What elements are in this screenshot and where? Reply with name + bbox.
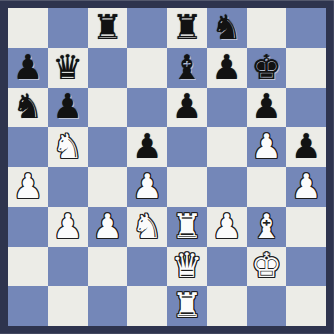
chess-board: ♜♜♞♟♛♝♟♚♞♟♟♟♞♟♟♟♟♟♟♟♟♞♜♟♝♛♚♜ [8,8,326,326]
black-pawn-icon[interactable]: ♟ [211,50,241,84]
square-c4[interactable] [88,167,128,207]
black-pawn-icon[interactable]: ♟ [52,89,82,123]
square-a8[interactable] [8,8,48,48]
square-e3[interactable]: ♜ [167,207,207,247]
white-pawn-icon[interactable]: ♟ [251,129,281,163]
square-c1[interactable] [88,286,128,326]
black-rook-icon[interactable]: ♜ [172,10,202,44]
square-d3[interactable]: ♞ [127,207,167,247]
black-pawn-icon[interactable]: ♟ [132,129,162,163]
square-f1[interactable] [207,286,247,326]
square-h2[interactable] [286,247,326,287]
square-a7[interactable]: ♟ [8,48,48,88]
white-queen-icon[interactable]: ♛ [172,248,202,282]
square-a3[interactable] [8,207,48,247]
square-h5[interactable]: ♟ [286,127,326,167]
white-pawn-icon[interactable]: ♟ [132,169,162,203]
square-g3[interactable]: ♝ [247,207,287,247]
square-f4[interactable] [207,167,247,207]
white-pawn-icon[interactable]: ♟ [13,169,43,203]
square-c5[interactable] [88,127,128,167]
square-h3[interactable] [286,207,326,247]
square-b2[interactable] [48,247,88,287]
square-b3[interactable]: ♟ [48,207,88,247]
white-pawn-icon[interactable]: ♟ [291,169,321,203]
square-b6[interactable]: ♟ [48,88,88,128]
square-g8[interactable] [247,8,287,48]
square-e7[interactable]: ♝ [167,48,207,88]
square-f6[interactable] [207,88,247,128]
square-a4[interactable]: ♟ [8,167,48,207]
square-e6[interactable]: ♟ [167,88,207,128]
square-g7[interactable]: ♚ [247,48,287,88]
square-d4[interactable]: ♟ [127,167,167,207]
square-e5[interactable] [167,127,207,167]
black-king-icon[interactable]: ♚ [251,50,281,84]
white-rook-icon[interactable]: ♜ [172,209,202,243]
square-b4[interactable] [48,167,88,207]
black-pawn-icon[interactable]: ♟ [251,89,281,123]
square-g6[interactable]: ♟ [247,88,287,128]
square-a5[interactable] [8,127,48,167]
square-g4[interactable] [247,167,287,207]
square-g5[interactable]: ♟ [247,127,287,167]
square-d6[interactable] [127,88,167,128]
square-a2[interactable] [8,247,48,287]
square-f3[interactable]: ♟ [207,207,247,247]
black-queen-icon[interactable]: ♛ [52,50,82,84]
square-c6[interactable] [88,88,128,128]
square-b1[interactable] [48,286,88,326]
square-e8[interactable]: ♜ [167,8,207,48]
square-g2[interactable]: ♚ [247,247,287,287]
square-d1[interactable] [127,286,167,326]
square-b7[interactable]: ♛ [48,48,88,88]
square-c7[interactable] [88,48,128,88]
chess-board-frame: ♜♜♞♟♛♝♟♚♞♟♟♟♞♟♟♟♟♟♟♟♟♞♜♟♝♛♚♜ [0,0,334,334]
square-a6[interactable]: ♞ [8,88,48,128]
black-knight-icon[interactable]: ♞ [211,10,241,44]
square-f7[interactable]: ♟ [207,48,247,88]
square-f5[interactable] [207,127,247,167]
square-d2[interactable] [127,247,167,287]
white-knight-icon[interactable]: ♞ [52,129,82,163]
white-rook-icon[interactable]: ♜ [172,288,202,322]
white-pawn-icon[interactable]: ♟ [92,209,122,243]
square-a1[interactable] [8,286,48,326]
white-pawn-icon[interactable]: ♟ [211,209,241,243]
square-b8[interactable] [48,8,88,48]
square-f2[interactable] [207,247,247,287]
square-b5[interactable]: ♞ [48,127,88,167]
square-h1[interactable] [286,286,326,326]
black-pawn-icon[interactable]: ♟ [291,129,321,163]
square-h7[interactable] [286,48,326,88]
square-d5[interactable]: ♟ [127,127,167,167]
square-h6[interactable] [286,88,326,128]
black-knight-icon[interactable]: ♞ [13,89,43,123]
black-pawn-icon[interactable]: ♟ [172,89,202,123]
square-c3[interactable]: ♟ [88,207,128,247]
black-pawn-icon[interactable]: ♟ [13,50,43,84]
square-d7[interactable] [127,48,167,88]
white-knight-icon[interactable]: ♞ [132,209,162,243]
square-g1[interactable] [247,286,287,326]
square-c2[interactable] [88,247,128,287]
square-e1[interactable]: ♜ [167,286,207,326]
square-h4[interactable]: ♟ [286,167,326,207]
square-e2[interactable]: ♛ [167,247,207,287]
black-bishop-icon[interactable]: ♝ [172,50,202,84]
square-h8[interactable] [286,8,326,48]
square-e4[interactable] [167,167,207,207]
white-bishop-icon[interactable]: ♝ [251,209,281,243]
white-pawn-icon[interactable]: ♟ [52,209,82,243]
square-c8[interactable]: ♜ [88,8,128,48]
white-king-icon[interactable]: ♚ [251,248,281,282]
square-d8[interactable] [127,8,167,48]
square-f8[interactable]: ♞ [207,8,247,48]
black-rook-icon[interactable]: ♜ [92,10,122,44]
